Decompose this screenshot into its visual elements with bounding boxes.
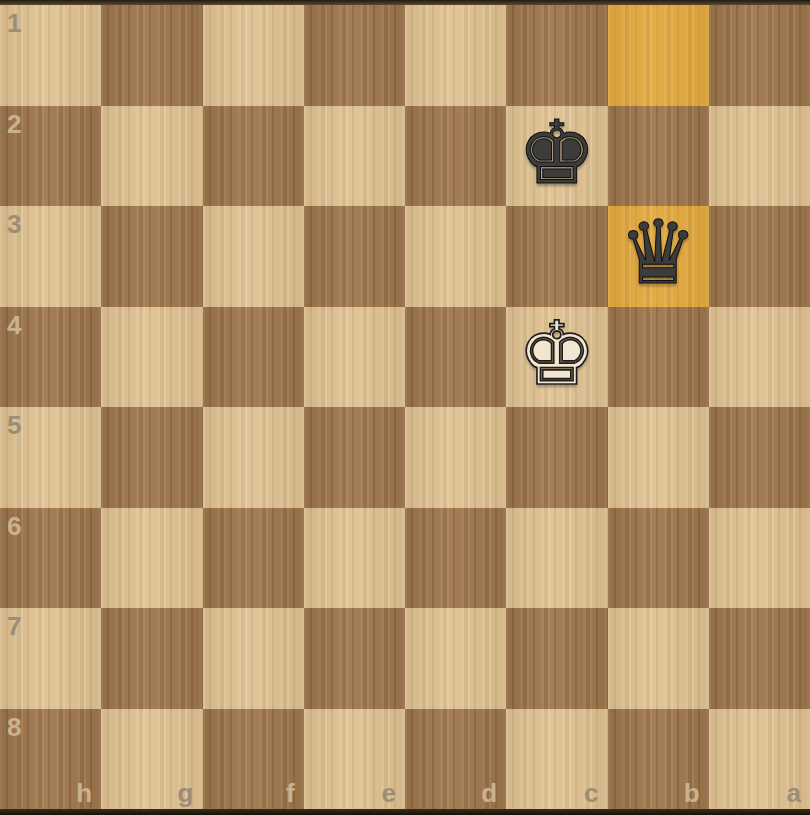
square-g8[interactable]: g [101, 709, 202, 810]
square-g1[interactable] [101, 5, 202, 106]
square-d3[interactable] [405, 206, 506, 307]
square-b2[interactable] [608, 106, 709, 207]
file-label-c: c [584, 780, 598, 806]
file-label-f: f [286, 780, 295, 806]
square-b4[interactable] [608, 307, 709, 408]
square-e3[interactable] [304, 206, 405, 307]
rank-label-7: 7 [7, 613, 21, 639]
square-g2[interactable] [101, 106, 202, 207]
rank-label-8: 8 [7, 714, 21, 740]
square-e2[interactable] [304, 106, 405, 207]
square-e5[interactable] [304, 407, 405, 508]
square-d6[interactable] [405, 508, 506, 609]
file-label-b: b [684, 780, 700, 806]
board-frame-top [0, 0, 810, 5]
board-frame-bottom [0, 809, 810, 815]
square-g3[interactable] [101, 206, 202, 307]
rank-label-6: 6 [7, 513, 21, 539]
square-a2[interactable] [709, 106, 810, 207]
file-label-g: g [178, 780, 194, 806]
square-e1[interactable] [304, 5, 405, 106]
file-label-h: h [76, 780, 92, 806]
square-f3[interactable] [203, 206, 304, 307]
rank-label-5: 5 [7, 412, 21, 438]
rank-label-3: 3 [7, 211, 21, 237]
square-h3[interactable]: 3 [0, 206, 101, 307]
square-b1[interactable] [608, 5, 709, 106]
square-h5[interactable]: 5 [0, 407, 101, 508]
square-a8[interactable]: a [709, 709, 810, 810]
square-c8[interactable]: c [506, 709, 607, 810]
square-a4[interactable] [709, 307, 810, 408]
white-king[interactable]: ♚ [517, 310, 596, 398]
square-c4[interactable]: ♚ [506, 307, 607, 408]
square-g4[interactable] [101, 307, 202, 408]
file-label-d: d [481, 780, 497, 806]
file-label-a: a [787, 780, 801, 806]
square-a7[interactable] [709, 608, 810, 709]
square-a5[interactable] [709, 407, 810, 508]
square-f1[interactable] [203, 5, 304, 106]
square-d7[interactable] [405, 608, 506, 709]
black-queen[interactable]: ♛ [619, 209, 698, 297]
square-a3[interactable] [709, 206, 810, 307]
square-c7[interactable] [506, 608, 607, 709]
square-c6[interactable] [506, 508, 607, 609]
square-c3[interactable] [506, 206, 607, 307]
rank-label-4: 4 [7, 312, 21, 338]
black-king[interactable]: ♚ [517, 109, 596, 197]
square-f8[interactable]: f [203, 709, 304, 810]
square-f5[interactable] [203, 407, 304, 508]
square-e4[interactable] [304, 307, 405, 408]
square-a1[interactable] [709, 5, 810, 106]
square-d4[interactable] [405, 307, 506, 408]
square-h8[interactable]: 8h [0, 709, 101, 810]
chess-app: 12♚3♛4♚5678hgfedcba [0, 0, 810, 815]
square-f6[interactable] [203, 508, 304, 609]
square-a6[interactable] [709, 508, 810, 609]
square-f4[interactable] [203, 307, 304, 408]
square-b6[interactable] [608, 508, 709, 609]
square-e8[interactable]: e [304, 709, 405, 810]
square-d2[interactable] [405, 106, 506, 207]
square-b5[interactable] [608, 407, 709, 508]
square-c1[interactable] [506, 5, 607, 106]
square-h7[interactable]: 7 [0, 608, 101, 709]
square-e6[interactable] [304, 508, 405, 609]
rank-label-2: 2 [7, 111, 21, 137]
square-h1[interactable]: 1 [0, 5, 101, 106]
chess-board: 12♚3♛4♚5678hgfedcba [0, 5, 810, 809]
square-b3[interactable]: ♛ [608, 206, 709, 307]
rank-label-1: 1 [7, 10, 21, 36]
square-g7[interactable] [101, 608, 202, 709]
square-h4[interactable]: 4 [0, 307, 101, 408]
square-f2[interactable] [203, 106, 304, 207]
square-e7[interactable] [304, 608, 405, 709]
square-g5[interactable] [101, 407, 202, 508]
file-label-e: e [382, 780, 396, 806]
square-b8[interactable]: b [608, 709, 709, 810]
square-d8[interactable]: d [405, 709, 506, 810]
square-c5[interactable] [506, 407, 607, 508]
square-d5[interactable] [405, 407, 506, 508]
square-h6[interactable]: 6 [0, 508, 101, 609]
square-g6[interactable] [101, 508, 202, 609]
square-c2[interactable]: ♚ [506, 106, 607, 207]
square-f7[interactable] [203, 608, 304, 709]
square-d1[interactable] [405, 5, 506, 106]
square-b7[interactable] [608, 608, 709, 709]
square-h2[interactable]: 2 [0, 106, 101, 207]
